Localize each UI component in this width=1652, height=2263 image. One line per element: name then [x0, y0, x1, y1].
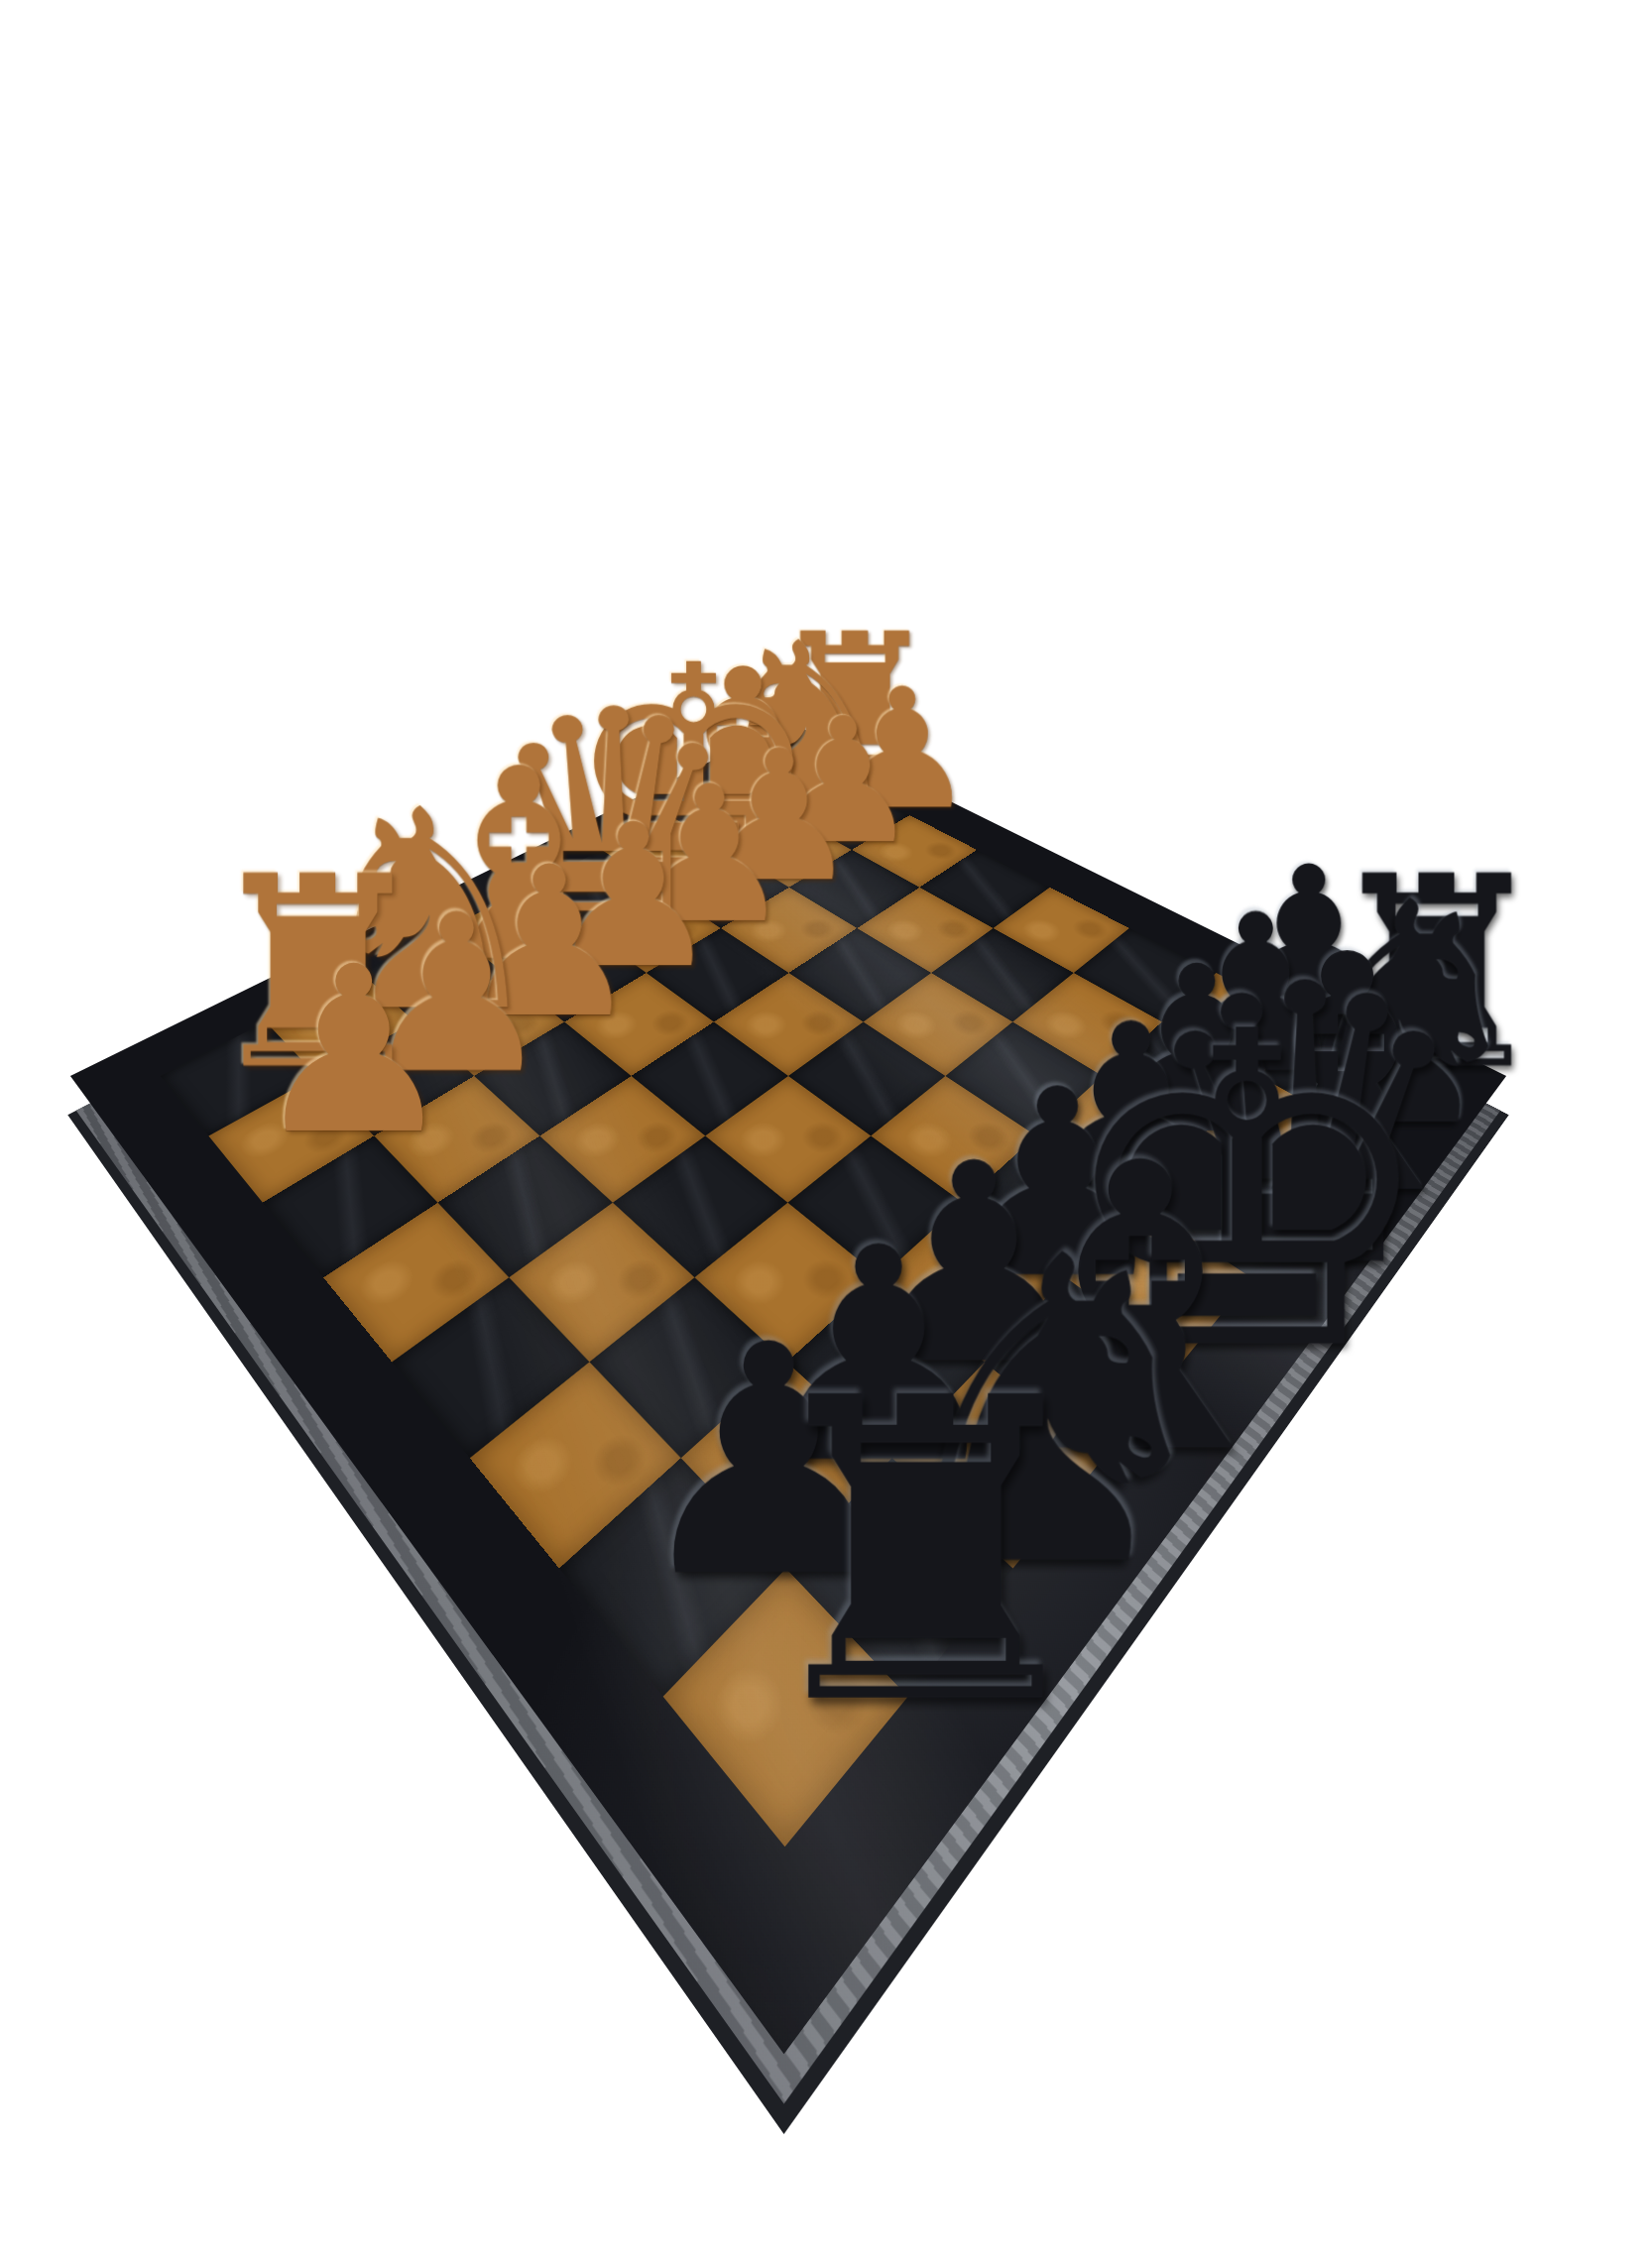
photo-scene: ♜♞♝♛♚♝♞♜♟♟♟♟♟♟♟♟♟♟♟♟♟♟♟♟♜♞♝♚♛♝♞♜	[0, 0, 1652, 2263]
chess-board: ♜♞♝♛♚♝♞♜♟♟♟♟♟♟♟♟♟♟♟♟♟♟♟♟♜♞♝♚♛♝♞♜	[70, 722, 1506, 2054]
